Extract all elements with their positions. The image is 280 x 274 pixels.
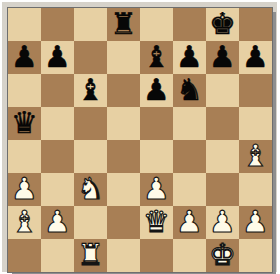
square-d3[interactable] bbox=[107, 173, 140, 206]
piece-white-pawn[interactable]: ♟ bbox=[11, 173, 38, 205]
square-f3[interactable] bbox=[173, 173, 206, 206]
square-a7[interactable]: ♟ bbox=[8, 41, 41, 74]
square-g3[interactable] bbox=[206, 173, 239, 206]
square-b4[interactable] bbox=[41, 140, 74, 173]
square-c3[interactable]: ♞ bbox=[74, 173, 107, 206]
square-b2[interactable]: ♟ bbox=[41, 206, 74, 239]
piece-white-pawn[interactable]: ♟ bbox=[143, 173, 170, 205]
square-c1[interactable]: ♜ bbox=[74, 239, 107, 272]
square-a6[interactable] bbox=[8, 74, 41, 107]
square-g5[interactable] bbox=[206, 107, 239, 140]
square-a3[interactable]: ♟ bbox=[8, 173, 41, 206]
square-a2[interactable]: ♝ bbox=[8, 206, 41, 239]
square-h7[interactable]: ♟ bbox=[239, 41, 272, 74]
square-b3[interactable] bbox=[41, 173, 74, 206]
square-e7[interactable]: ♝ bbox=[140, 41, 173, 74]
piece-black-pawn[interactable]: ♟ bbox=[242, 41, 269, 73]
piece-black-pawn[interactable]: ♟ bbox=[143, 74, 170, 106]
square-d2[interactable] bbox=[107, 206, 140, 239]
square-h2[interactable]: ♟ bbox=[239, 206, 272, 239]
piece-white-bishop[interactable]: ♝ bbox=[242, 140, 269, 172]
piece-black-pawn[interactable]: ♟ bbox=[11, 41, 38, 73]
piece-black-queen[interactable]: ♛ bbox=[11, 107, 38, 139]
square-f5[interactable] bbox=[173, 107, 206, 140]
square-e3[interactable]: ♟ bbox=[140, 173, 173, 206]
piece-black-king[interactable]: ♚ bbox=[209, 8, 236, 40]
square-b6[interactable] bbox=[41, 74, 74, 107]
square-b8[interactable] bbox=[41, 8, 74, 41]
piece-black-pawn[interactable]: ♟ bbox=[44, 41, 71, 73]
square-f8[interactable] bbox=[173, 8, 206, 41]
piece-white-pawn[interactable]: ♟ bbox=[209, 206, 236, 238]
square-e1[interactable] bbox=[140, 239, 173, 272]
piece-white-pawn[interactable]: ♟ bbox=[176, 206, 203, 238]
square-e4[interactable] bbox=[140, 140, 173, 173]
square-g1[interactable]: ♚ bbox=[206, 239, 239, 272]
square-b1[interactable] bbox=[41, 239, 74, 272]
square-c7[interactable] bbox=[74, 41, 107, 74]
square-c2[interactable] bbox=[74, 206, 107, 239]
square-d5[interactable] bbox=[107, 107, 140, 140]
square-b7[interactable]: ♟ bbox=[41, 41, 74, 74]
piece-black-pawn[interactable]: ♟ bbox=[176, 41, 203, 73]
piece-white-queen[interactable]: ♛ bbox=[143, 206, 170, 238]
square-c4[interactable] bbox=[74, 140, 107, 173]
square-c5[interactable] bbox=[74, 107, 107, 140]
piece-black-rook[interactable]: ♜ bbox=[110, 8, 137, 40]
piece-black-bishop[interactable]: ♝ bbox=[143, 41, 170, 73]
square-a8[interactable] bbox=[8, 8, 41, 41]
square-h8[interactable] bbox=[239, 8, 272, 41]
square-h1[interactable] bbox=[239, 239, 272, 272]
chess-app-window: ♜♚♟♟♝♟♟♟♝♟♞♛♝♟♞♟♝♟♛♟♟♟♜♚ bbox=[0, 0, 280, 274]
square-a4[interactable] bbox=[8, 140, 41, 173]
piece-white-pawn[interactable]: ♟ bbox=[44, 206, 71, 238]
square-h4[interactable]: ♝ bbox=[239, 140, 272, 173]
piece-white-bishop[interactable]: ♝ bbox=[11, 206, 38, 238]
square-g2[interactable]: ♟ bbox=[206, 206, 239, 239]
piece-black-knight[interactable]: ♞ bbox=[176, 74, 203, 106]
square-h6[interactable] bbox=[239, 74, 272, 107]
square-e8[interactable] bbox=[140, 8, 173, 41]
square-a1[interactable] bbox=[8, 239, 41, 272]
square-b5[interactable] bbox=[41, 107, 74, 140]
square-d8[interactable]: ♜ bbox=[107, 8, 140, 41]
piece-white-pawn[interactable]: ♟ bbox=[242, 206, 269, 238]
square-e2[interactable]: ♛ bbox=[140, 206, 173, 239]
square-g8[interactable]: ♚ bbox=[206, 8, 239, 41]
piece-white-rook[interactable]: ♜ bbox=[77, 239, 104, 271]
square-d1[interactable] bbox=[107, 239, 140, 272]
piece-black-bishop[interactable]: ♝ bbox=[77, 74, 104, 106]
square-f1[interactable] bbox=[173, 239, 206, 272]
square-c8[interactable] bbox=[74, 8, 107, 41]
piece-white-knight[interactable]: ♞ bbox=[77, 173, 104, 205]
square-g7[interactable]: ♟ bbox=[206, 41, 239, 74]
square-h3[interactable] bbox=[239, 173, 272, 206]
square-f4[interactable] bbox=[173, 140, 206, 173]
piece-black-pawn[interactable]: ♟ bbox=[209, 41, 236, 73]
square-g6[interactable] bbox=[206, 74, 239, 107]
square-e6[interactable]: ♟ bbox=[140, 74, 173, 107]
square-e5[interactable] bbox=[140, 107, 173, 140]
square-f2[interactable]: ♟ bbox=[173, 206, 206, 239]
square-g4[interactable] bbox=[206, 140, 239, 173]
square-d4[interactable] bbox=[107, 140, 140, 173]
square-a5[interactable]: ♛ bbox=[8, 107, 41, 140]
square-c6[interactable]: ♝ bbox=[74, 74, 107, 107]
square-d6[interactable] bbox=[107, 74, 140, 107]
piece-white-king[interactable]: ♚ bbox=[209, 239, 236, 271]
square-d7[interactable] bbox=[107, 41, 140, 74]
square-h5[interactable] bbox=[239, 107, 272, 140]
square-f6[interactable]: ♞ bbox=[173, 74, 206, 107]
chess-board: ♜♚♟♟♝♟♟♟♝♟♞♛♝♟♞♟♝♟♛♟♟♟♜♚ bbox=[8, 8, 272, 272]
square-f7[interactable]: ♟ bbox=[173, 41, 206, 74]
